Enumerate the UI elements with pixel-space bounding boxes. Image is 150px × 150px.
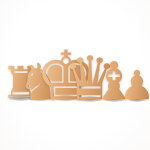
pawn-piece: ♟ [119, 65, 150, 98]
pawn-glyph: ♟ [119, 65, 150, 105]
chess-pieces-photo: ♜ ♞ ♚ ♛ ♝ ♟ [0, 0, 150, 150]
